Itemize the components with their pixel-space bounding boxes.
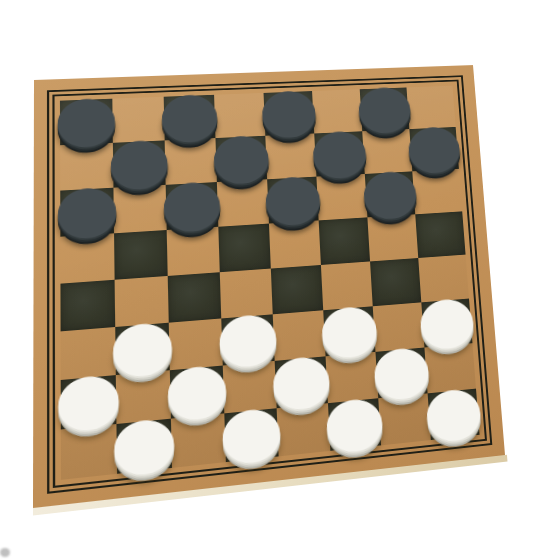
- white-piece[interactable]: ●: [115, 318, 170, 370]
- black-piece[interactable]: ●: [215, 131, 267, 177]
- square-2[interactable]: ●: [164, 95, 216, 141]
- black-piece[interactable]: ●: [267, 172, 318, 219]
- square-31[interactable]: ●: [328, 398, 381, 451]
- board-grid: ●●●●●●●●●●●●●●●●●●●●●●●●: [60, 86, 480, 480]
- black-piece[interactable]: ●: [166, 178, 219, 226]
- square-9[interactable]: ●: [60, 188, 114, 237]
- square-16[interactable]: [415, 211, 465, 258]
- black-piece[interactable]: ●: [365, 167, 415, 213]
- square-11[interactable]: ●: [267, 177, 319, 224]
- square-5[interactable]: ●: [113, 140, 166, 187]
- photo-smudge: [0, 548, 10, 557]
- square-6[interactable]: ●: [215, 136, 267, 182]
- square-32[interactable]: ●: [428, 389, 480, 440]
- square-29[interactable]: ●: [116, 419, 172, 474]
- square-10[interactable]: ●: [166, 182, 219, 230]
- square-26[interactable]: ●: [170, 366, 224, 419]
- white-piece[interactable]: ●: [224, 403, 278, 457]
- checkers-board: ●●●●●●●●●●●●●●●●●●●●●●●●: [33, 65, 505, 508]
- white-piece[interactable]: ●: [170, 361, 224, 414]
- white-piece[interactable]: ●: [221, 310, 274, 361]
- black-piece[interactable]: ●: [164, 90, 216, 135]
- square-21[interactable]: ●: [115, 323, 170, 375]
- white-piece[interactable]: ●: [61, 370, 117, 424]
- white-piece[interactable]: ●: [427, 384, 479, 435]
- square-22[interactable]: ●: [221, 314, 274, 365]
- black-piece[interactable]: ●: [60, 183, 114, 232]
- white-piece[interactable]: ●: [328, 393, 381, 445]
- photo-background: ●●●●●●●●●●●●●●●●●●●●●●●●: [0, 0, 560, 560]
- square-25[interactable]: ●: [61, 375, 117, 429]
- square-30[interactable]: ●: [224, 408, 278, 462]
- black-piece[interactable]: ●: [113, 136, 166, 183]
- square-12[interactable]: ●: [365, 171, 415, 217]
- white-piece[interactable]: ●: [116, 414, 172, 469]
- square-18[interactable]: [168, 272, 222, 322]
- square-17[interactable]: [60, 280, 115, 332]
- black-piece[interactable]: ●: [60, 94, 113, 140]
- square-1[interactable]: ●: [60, 99, 113, 146]
